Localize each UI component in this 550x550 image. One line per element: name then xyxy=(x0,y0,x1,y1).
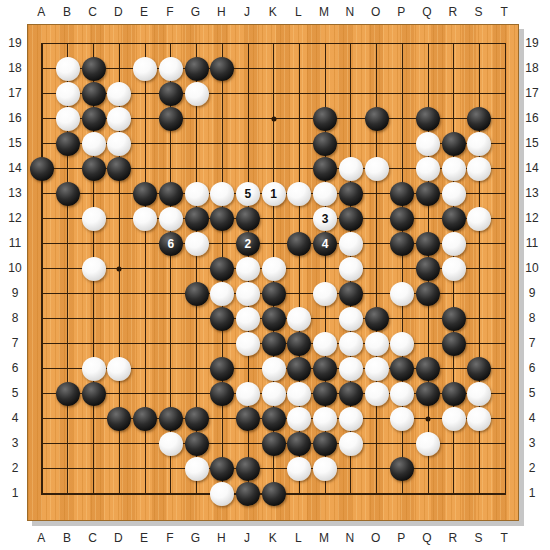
intersection-K2 xyxy=(261,456,287,481)
intersection-K6 xyxy=(261,356,287,381)
coordinate-label-left-5: 5 xyxy=(12,386,19,400)
intersection-T7 xyxy=(492,331,518,356)
intersection-Q16 xyxy=(415,106,441,131)
white-stone-F3 xyxy=(159,432,183,456)
intersection-L2 xyxy=(287,456,313,481)
white-stone-F12 xyxy=(159,207,183,231)
intersection-Q7 xyxy=(415,331,441,356)
black-stone-H10 xyxy=(210,257,234,281)
intersection-B10 xyxy=(55,256,81,281)
move-number-label: 4 xyxy=(322,238,329,250)
black-stone-S6 xyxy=(467,357,491,381)
intersection-K17 xyxy=(261,81,287,106)
intersection-A10 xyxy=(29,256,55,281)
white-stone-H9 xyxy=(210,282,234,306)
black-stone-G12 xyxy=(185,207,209,231)
coordinate-label-top-B: B xyxy=(63,5,71,19)
white-stone-N14 xyxy=(339,157,363,181)
white-stone-R13 xyxy=(442,182,466,206)
intersection-H13 xyxy=(209,181,235,206)
intersection-M16 xyxy=(312,106,338,131)
black-stone-B15 xyxy=(56,132,80,156)
intersection-O12 xyxy=(364,206,390,231)
black-stone-N13 xyxy=(339,182,363,206)
white-stone-Q15 xyxy=(416,132,440,156)
coordinate-label-right-15: 15 xyxy=(525,136,538,150)
intersection-S19 xyxy=(467,31,493,56)
intersection-E13 xyxy=(132,181,158,206)
intersection-E2 xyxy=(132,456,158,481)
black-stone-M5 xyxy=(313,382,337,406)
white-stone-B16 xyxy=(56,107,80,131)
intersection-B17 xyxy=(55,81,81,106)
intersection-O19 xyxy=(364,31,390,56)
intersection-H16 xyxy=(209,106,235,131)
black-stone-R7 xyxy=(442,332,466,356)
intersection-F2 xyxy=(158,456,184,481)
page: { "game": "go", "board_size": 19, "coord… xyxy=(0,0,550,550)
black-stone-G18 xyxy=(185,57,209,81)
black-stone-R8 xyxy=(442,307,466,331)
intersection-B6 xyxy=(55,356,81,381)
intersection-N9 xyxy=(338,281,364,306)
intersection-G6 xyxy=(184,356,210,381)
intersection-F18 xyxy=(158,56,184,81)
intersection-A11 xyxy=(29,231,55,256)
intersection-Q18 xyxy=(415,56,441,81)
black-stone-M16 xyxy=(313,107,337,131)
intersection-J14 xyxy=(235,156,261,181)
coordinate-label-top-H: H xyxy=(217,5,226,19)
black-stone-M14 xyxy=(313,157,337,181)
coordinate-label-top-P: P xyxy=(397,5,405,19)
white-stone-Q14 xyxy=(416,157,440,181)
black-stone-F13 xyxy=(159,182,183,206)
intersection-R14 xyxy=(441,156,467,181)
intersection-L18 xyxy=(287,56,313,81)
intersection-M17 xyxy=(312,81,338,106)
intersection-H12 xyxy=(209,206,235,231)
white-stone-L5 xyxy=(287,382,311,406)
intersection-F12 xyxy=(158,206,184,231)
white-stone-K5 xyxy=(262,382,286,406)
intersection-Q2 xyxy=(415,456,441,481)
intersection-N19 xyxy=(338,31,364,56)
black-stone-P13 xyxy=(390,182,414,206)
white-stone-H13 xyxy=(210,182,234,206)
intersection-N10 xyxy=(338,256,364,281)
intersection-R17 xyxy=(441,81,467,106)
intersection-G16 xyxy=(184,106,210,131)
intersection-R9 xyxy=(441,281,467,306)
intersection-P10 xyxy=(389,256,415,281)
coordinate-label-right-10: 10 xyxy=(525,261,538,275)
black-stone-E4 xyxy=(133,407,157,431)
coordinate-label-bottom-T: T xyxy=(500,531,507,545)
intersection-O1 xyxy=(364,481,390,506)
coordinate-label-bottom-J: J xyxy=(244,531,250,545)
intersection-B19 xyxy=(55,31,81,56)
black-stone-M3 xyxy=(313,432,337,456)
intersection-T15 xyxy=(492,131,518,156)
intersection-C19 xyxy=(81,31,107,56)
intersection-A5 xyxy=(29,381,55,406)
black-stone-P2 xyxy=(390,457,414,481)
intersection-R2 xyxy=(441,456,467,481)
black-stone-E13 xyxy=(133,182,157,206)
intersection-Q11 xyxy=(415,231,441,256)
intersection-O9 xyxy=(364,281,390,306)
coordinate-label-bottom-K: K xyxy=(269,531,277,545)
intersection-D8 xyxy=(106,306,132,331)
intersection-H18 xyxy=(209,56,235,81)
black-stone-Q16 xyxy=(416,107,440,131)
intersection-L12 xyxy=(287,206,313,231)
intersection-R11 xyxy=(441,231,467,256)
intersection-J3 xyxy=(235,431,261,456)
move-number-label: 6 xyxy=(167,238,174,250)
coordinate-label-top-E: E xyxy=(140,5,148,19)
white-stone-D6 xyxy=(107,357,131,381)
intersection-K12 xyxy=(261,206,287,231)
intersection-T4 xyxy=(492,406,518,431)
coordinate-label-top-F: F xyxy=(166,5,173,19)
intersection-Q19 xyxy=(415,31,441,56)
coordinate-label-right-9: 9 xyxy=(529,286,536,300)
intersection-D6 xyxy=(106,356,132,381)
intersection-A2 xyxy=(29,456,55,481)
intersection-P16 xyxy=(389,106,415,131)
white-stone-S12 xyxy=(467,207,491,231)
coordinate-label-left-8: 8 xyxy=(12,311,19,325)
intersection-C2 xyxy=(81,456,107,481)
intersection-G12 xyxy=(184,206,210,231)
white-stone-D17 xyxy=(107,82,131,106)
intersection-E12 xyxy=(132,206,158,231)
intersection-H19 xyxy=(209,31,235,56)
intersection-E10 xyxy=(132,256,158,281)
intersection-B8 xyxy=(55,306,81,331)
intersection-S2 xyxy=(467,456,493,481)
move-number-label: 5 xyxy=(245,188,252,200)
intersection-T1 xyxy=(492,481,518,506)
coordinate-label-bottom-L: L xyxy=(295,531,302,545)
intersection-B13 xyxy=(55,181,81,206)
white-stone-S15 xyxy=(467,132,491,156)
intersection-P4 xyxy=(389,406,415,431)
intersection-N2 xyxy=(338,456,364,481)
black-stone-L7 xyxy=(287,332,311,356)
intersection-D16 xyxy=(106,106,132,131)
intersection-O13 xyxy=(364,181,390,206)
intersection-E5 xyxy=(132,381,158,406)
intersection-A4 xyxy=(29,406,55,431)
intersection-L7 xyxy=(287,331,313,356)
coordinate-label-bottom-S: S xyxy=(474,531,482,545)
intersection-F5 xyxy=(158,381,184,406)
intersection-N17 xyxy=(338,81,364,106)
intersection-E3 xyxy=(132,431,158,456)
intersection-L16 xyxy=(287,106,313,131)
black-stone-M6 xyxy=(313,357,337,381)
intersection-E14 xyxy=(132,156,158,181)
intersection-E11 xyxy=(132,231,158,256)
intersection-G17 xyxy=(184,81,210,106)
white-stone-R11 xyxy=(442,232,466,256)
black-stone-H8 xyxy=(210,307,234,331)
black-stone-D4 xyxy=(107,407,131,431)
intersection-B1 xyxy=(55,481,81,506)
intersection-N3 xyxy=(338,431,364,456)
intersection-C6 xyxy=(81,356,107,381)
intersection-N11 xyxy=(338,231,364,256)
intersection-K10 xyxy=(261,256,287,281)
intersection-R6 xyxy=(441,356,467,381)
white-stone-S5 xyxy=(467,382,491,406)
white-stone-O7 xyxy=(365,332,389,356)
intersection-J18 xyxy=(235,56,261,81)
intersection-E17 xyxy=(132,81,158,106)
intersection-J15 xyxy=(235,131,261,156)
black-stone-O8 xyxy=(365,307,389,331)
white-stone-O6 xyxy=(365,357,389,381)
coordinate-label-left-1: 1 xyxy=(12,486,19,500)
intersection-J5 xyxy=(235,381,261,406)
black-stone-F11: 6 xyxy=(159,232,183,256)
move-number-label: 2 xyxy=(245,238,252,250)
black-stone-R12 xyxy=(442,207,466,231)
white-stone-R4 xyxy=(442,407,466,431)
intersection-B12 xyxy=(55,206,81,231)
intersection-D3 xyxy=(106,431,132,456)
black-stone-P12 xyxy=(390,207,414,231)
intersection-R18 xyxy=(441,56,467,81)
coordinate-label-top-R: R xyxy=(448,5,457,19)
intersection-A6 xyxy=(29,356,55,381)
coordinate-label-bottom-E: E xyxy=(140,531,148,545)
black-stone-Q10 xyxy=(416,257,440,281)
black-stone-G4 xyxy=(185,407,209,431)
intersection-K13: 1 xyxy=(261,181,287,206)
intersection-Q3 xyxy=(415,431,441,456)
intersection-R16 xyxy=(441,106,467,131)
intersection-B18 xyxy=(55,56,81,81)
intersection-S3 xyxy=(467,431,493,456)
intersection-M5 xyxy=(312,381,338,406)
intersection-N18 xyxy=(338,56,364,81)
intersection-S8 xyxy=(467,306,493,331)
intersection-C7 xyxy=(81,331,107,356)
intersection-L14 xyxy=(287,156,313,181)
white-stone-E18 xyxy=(133,57,157,81)
black-stone-J1 xyxy=(236,482,260,506)
intersection-S14 xyxy=(467,156,493,181)
intersection-F1 xyxy=(158,481,184,506)
intersection-T18 xyxy=(492,56,518,81)
intersection-N6 xyxy=(338,356,364,381)
intersection-J16 xyxy=(235,106,261,131)
intersection-C14 xyxy=(81,156,107,181)
intersection-G8 xyxy=(184,306,210,331)
intersection-Q9 xyxy=(415,281,441,306)
intersection-G9 xyxy=(184,281,210,306)
intersection-H5 xyxy=(209,381,235,406)
intersection-J7 xyxy=(235,331,261,356)
intersection-M19 xyxy=(312,31,338,56)
intersection-C11 xyxy=(81,231,107,256)
intersection-A16 xyxy=(29,106,55,131)
black-stone-K1 xyxy=(262,482,286,506)
intersection-S5 xyxy=(467,381,493,406)
white-stone-S14 xyxy=(467,157,491,181)
intersection-R13 xyxy=(441,181,467,206)
coordinate-label-top-O: O xyxy=(371,5,380,19)
coordinate-label-left-13: 13 xyxy=(8,186,21,200)
coordinate-label-bottom-C: C xyxy=(88,531,97,545)
intersection-Q6 xyxy=(415,356,441,381)
white-stone-C10 xyxy=(82,257,106,281)
intersection-D2 xyxy=(106,456,132,481)
intersection-D7 xyxy=(106,331,132,356)
intersection-T13 xyxy=(492,181,518,206)
white-stone-J10 xyxy=(236,257,260,281)
intersection-K16 xyxy=(261,106,287,131)
intersection-M9 xyxy=(312,281,338,306)
white-stone-O14 xyxy=(365,157,389,181)
intersection-M4 xyxy=(312,406,338,431)
white-stone-C15 xyxy=(82,132,106,156)
intersection-L11 xyxy=(287,231,313,256)
intersection-A14 xyxy=(29,156,55,181)
intersection-H1 xyxy=(209,481,235,506)
intersection-O3 xyxy=(364,431,390,456)
intersection-G2 xyxy=(184,456,210,481)
intersection-K14 xyxy=(261,156,287,181)
white-stone-O5 xyxy=(365,382,389,406)
intersection-S16 xyxy=(467,106,493,131)
intersection-M14 xyxy=(312,156,338,181)
white-stone-K13: 1 xyxy=(262,182,286,206)
intersection-J13: 5 xyxy=(235,181,261,206)
intersection-D19 xyxy=(106,31,132,56)
intersection-B9 xyxy=(55,281,81,306)
intersection-O18 xyxy=(364,56,390,81)
intersection-R3 xyxy=(441,431,467,456)
intersection-N7 xyxy=(338,331,364,356)
white-stone-K6 xyxy=(262,357,286,381)
intersection-D12 xyxy=(106,206,132,231)
white-stone-P9 xyxy=(390,282,414,306)
intersection-D9 xyxy=(106,281,132,306)
intersection-G1 xyxy=(184,481,210,506)
white-stone-M13 xyxy=(313,182,337,206)
intersection-F16 xyxy=(158,106,184,131)
intersection-L5 xyxy=(287,381,313,406)
coordinate-label-left-15: 15 xyxy=(8,136,21,150)
intersection-K15 xyxy=(261,131,287,156)
intersection-Q4 xyxy=(415,406,441,431)
coordinate-label-right-5: 5 xyxy=(529,386,536,400)
intersection-K8 xyxy=(261,306,287,331)
intersection-P7 xyxy=(389,331,415,356)
intersection-T14 xyxy=(492,156,518,181)
coordinate-label-top-G: G xyxy=(191,5,200,19)
coordinate-label-right-7: 7 xyxy=(529,336,536,350)
intersection-O14 xyxy=(364,156,390,181)
intersection-M6 xyxy=(312,356,338,381)
intersection-H3 xyxy=(209,431,235,456)
intersection-R12 xyxy=(441,206,467,231)
intersection-H9 xyxy=(209,281,235,306)
intersection-L17 xyxy=(287,81,313,106)
black-stone-D14 xyxy=(107,157,131,181)
intersection-S15 xyxy=(467,131,493,156)
black-stone-O16 xyxy=(365,107,389,131)
intersection-E4 xyxy=(132,406,158,431)
white-stone-J5 xyxy=(236,382,260,406)
coordinate-label-top-T: T xyxy=(500,5,507,19)
white-stone-G11 xyxy=(185,232,209,256)
black-stone-J11: 2 xyxy=(236,232,260,256)
intersection-D18 xyxy=(106,56,132,81)
intersection-J2 xyxy=(235,456,261,481)
intersection-G14 xyxy=(184,156,210,181)
black-stone-G9 xyxy=(185,282,209,306)
black-stone-J12 xyxy=(236,207,260,231)
coordinate-label-left-17: 17 xyxy=(8,86,21,100)
intersection-T19 xyxy=(492,31,518,56)
white-stone-J13: 5 xyxy=(236,182,260,206)
intersection-Q15 xyxy=(415,131,441,156)
coordinate-label-right-18: 18 xyxy=(525,61,538,75)
intersection-L10 xyxy=(287,256,313,281)
intersection-S7 xyxy=(467,331,493,356)
black-stone-L6 xyxy=(287,357,311,381)
intersection-F7 xyxy=(158,331,184,356)
intersection-A19 xyxy=(29,31,55,56)
intersection-T12 xyxy=(492,206,518,231)
intersection-K7 xyxy=(261,331,287,356)
intersection-H2 xyxy=(209,456,235,481)
intersection-G18 xyxy=(184,56,210,81)
white-stone-C6 xyxy=(82,357,106,381)
intersection-M15 xyxy=(312,131,338,156)
black-stone-G3 xyxy=(185,432,209,456)
white-stone-K10 xyxy=(262,257,286,281)
intersection-M18 xyxy=(312,56,338,81)
intersection-Q5 xyxy=(415,381,441,406)
intersection-N5 xyxy=(338,381,364,406)
intersection-J11: 2 xyxy=(235,231,261,256)
black-stone-R5 xyxy=(442,382,466,406)
intersection-B16 xyxy=(55,106,81,131)
intersection-C13 xyxy=(81,181,107,206)
black-stone-B13 xyxy=(56,182,80,206)
coordinate-label-left-7: 7 xyxy=(12,336,19,350)
intersection-H10 xyxy=(209,256,235,281)
intersection-Q12 xyxy=(415,206,441,231)
intersection-P12 xyxy=(389,206,415,231)
black-stone-K8 xyxy=(262,307,286,331)
white-stone-N7 xyxy=(339,332,363,356)
coordinate-label-bottom-G: G xyxy=(191,531,200,545)
intersection-R8 xyxy=(441,306,467,331)
intersection-Q1 xyxy=(415,481,441,506)
intersection-Q14 xyxy=(415,156,441,181)
intersection-S6 xyxy=(467,356,493,381)
coordinate-label-left-10: 10 xyxy=(8,261,21,275)
intersection-C9 xyxy=(81,281,107,306)
